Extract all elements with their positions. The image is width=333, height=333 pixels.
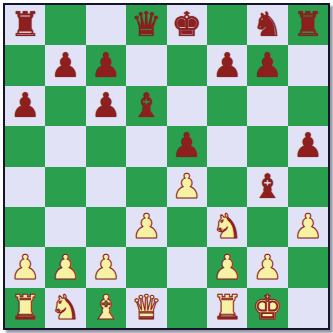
square-h2[interactable]: [288, 247, 328, 287]
square-g3[interactable]: [247, 207, 287, 247]
square-f5[interactable]: [207, 126, 247, 166]
square-b3[interactable]: [45, 207, 85, 247]
square-d6[interactable]: ♝: [126, 86, 166, 126]
black-pawn-g7[interactable]: ♟: [252, 48, 282, 82]
square-e3[interactable]: [167, 207, 207, 247]
square-g5[interactable]: [247, 126, 287, 166]
square-c2[interactable]: ♟: [86, 247, 126, 287]
square-b2[interactable]: ♟: [45, 247, 85, 287]
black-pawn-c7[interactable]: ♟: [91, 48, 121, 82]
square-c3[interactable]: [86, 207, 126, 247]
black-pawn-h5[interactable]: ♟: [293, 128, 323, 162]
white-pawn-c2[interactable]: ♟: [91, 250, 121, 284]
square-d1[interactable]: ♛: [126, 288, 166, 328]
square-e5[interactable]: ♟: [167, 126, 207, 166]
square-g7[interactable]: ♟: [247, 45, 287, 85]
black-rook-h8[interactable]: ♜: [293, 7, 323, 41]
square-d3[interactable]: ♟: [126, 207, 166, 247]
square-c6[interactable]: ♟: [86, 86, 126, 126]
square-a1[interactable]: ♜: [5, 288, 45, 328]
square-f4[interactable]: [207, 167, 247, 207]
square-d2[interactable]: [126, 247, 166, 287]
square-a3[interactable]: [5, 207, 45, 247]
white-pawn-g2[interactable]: ♟: [252, 250, 282, 284]
white-pawn-h3[interactable]: ♟: [293, 209, 323, 243]
square-g6[interactable]: [247, 86, 287, 126]
white-pawn-e4[interactable]: ♟: [172, 169, 202, 203]
square-f1[interactable]: ♜: [207, 288, 247, 328]
square-h8[interactable]: ♜: [288, 5, 328, 45]
square-b1[interactable]: ♞: [45, 288, 85, 328]
square-f6[interactable]: [207, 86, 247, 126]
white-queen-d1[interactable]: ♛: [131, 290, 161, 324]
black-rook-a8[interactable]: ♜: [10, 7, 40, 41]
square-a4[interactable]: [5, 167, 45, 207]
square-e8[interactable]: ♚: [167, 5, 207, 45]
square-g1[interactable]: ♚: [247, 288, 287, 328]
square-d4[interactable]: [126, 167, 166, 207]
black-queen-d8[interactable]: ♛: [131, 7, 161, 41]
black-pawn-f7[interactable]: ♟: [212, 48, 242, 82]
black-king-e8[interactable]: ♚: [172, 7, 202, 41]
black-pawn-a6[interactable]: ♟: [10, 88, 40, 122]
square-b4[interactable]: [45, 167, 85, 207]
square-d7[interactable]: [126, 45, 166, 85]
black-bishop-g4[interactable]: ♝: [252, 169, 282, 203]
square-e2[interactable]: [167, 247, 207, 287]
square-e7[interactable]: [167, 45, 207, 85]
square-c1[interactable]: ♝: [86, 288, 126, 328]
white-pawn-f2[interactable]: ♟: [212, 250, 242, 284]
square-c4[interactable]: [86, 167, 126, 207]
square-b5[interactable]: [45, 126, 85, 166]
square-b7[interactable]: ♟: [45, 45, 85, 85]
square-f8[interactable]: [207, 5, 247, 45]
square-g8[interactable]: ♞: [247, 5, 287, 45]
square-g2[interactable]: ♟: [247, 247, 287, 287]
square-g4[interactable]: ♝: [247, 167, 287, 207]
square-e6[interactable]: [167, 86, 207, 126]
square-b8[interactable]: [45, 5, 85, 45]
square-f7[interactable]: ♟: [207, 45, 247, 85]
white-pawn-b2[interactable]: ♟: [50, 250, 80, 284]
square-c5[interactable]: [86, 126, 126, 166]
black-pawn-b7[interactable]: ♟: [50, 48, 80, 82]
white-pawn-d3[interactable]: ♟: [131, 209, 161, 243]
white-rook-f1[interactable]: ♜: [212, 290, 242, 324]
square-e4[interactable]: ♟: [167, 167, 207, 207]
square-a2[interactable]: ♟: [5, 247, 45, 287]
black-knight-g8[interactable]: ♞: [252, 7, 282, 41]
square-a5[interactable]: [5, 126, 45, 166]
square-a6[interactable]: ♟: [5, 86, 45, 126]
square-c7[interactable]: ♟: [86, 45, 126, 85]
black-pawn-e5[interactable]: ♟: [172, 128, 202, 162]
square-a8[interactable]: ♜: [5, 5, 45, 45]
square-d8[interactable]: ♛: [126, 5, 166, 45]
square-h1[interactable]: [288, 288, 328, 328]
white-king-g1[interactable]: ♚: [252, 290, 282, 324]
black-bishop-d6[interactable]: ♝: [131, 88, 161, 122]
black-pawn-c6[interactable]: ♟: [91, 88, 121, 122]
square-h6[interactable]: [288, 86, 328, 126]
white-knight-b1[interactable]: ♞: [50, 290, 80, 324]
white-pawn-a2[interactable]: ♟: [10, 250, 40, 284]
square-e1[interactable]: [167, 288, 207, 328]
square-f2[interactable]: ♟: [207, 247, 247, 287]
square-b6[interactable]: [45, 86, 85, 126]
chess-board: ♜♛♚♞♜♟♟♟♟♟♟♝♟♟♟♝♟♞♟♟♟♟♟♟♜♞♝♛♜♚: [3, 3, 330, 330]
white-bishop-c1[interactable]: ♝: [91, 290, 121, 324]
square-h3[interactable]: ♟: [288, 207, 328, 247]
square-f3[interactable]: ♞: [207, 207, 247, 247]
white-knight-f3[interactable]: ♞: [212, 209, 242, 243]
white-rook-a1[interactable]: ♜: [10, 290, 40, 324]
square-a7[interactable]: [5, 45, 45, 85]
square-c8[interactable]: [86, 5, 126, 45]
board-container: ♜♛♚♞♜♟♟♟♟♟♟♝♟♟♟♝♟♞♟♟♟♟♟♟♜♞♝♛♜♚: [3, 3, 330, 330]
square-h7[interactable]: [288, 45, 328, 85]
square-h4[interactable]: [288, 167, 328, 207]
square-d5[interactable]: [126, 126, 166, 166]
square-h5[interactable]: ♟: [288, 126, 328, 166]
